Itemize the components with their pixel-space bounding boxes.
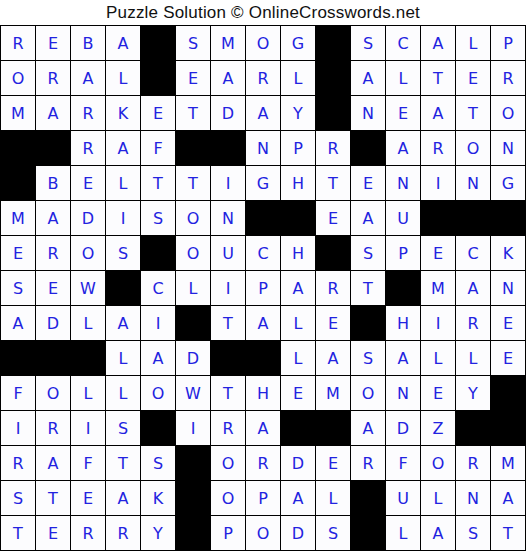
letter-cell: S [351,26,385,60]
black-cell [421,201,455,235]
letter-cell: A [281,481,315,515]
letter-cell: A [351,61,385,95]
letter-cell: E [281,376,315,410]
letter-cell: R [71,516,105,550]
letter-cell: E [36,26,70,60]
letter-cell: S [1,271,35,305]
letter-cell: S [351,236,385,270]
letter-cell: L [176,271,210,305]
letter-cell: L [281,306,315,340]
letter-cell: T [176,166,210,200]
letter-cell: A [456,271,490,305]
letter-cell: A [421,26,455,60]
letter-cell: U [386,481,420,515]
black-cell [316,26,350,60]
black-cell [176,306,210,340]
letter-cell: E [1,236,35,270]
letter-cell: R [106,516,140,550]
letter-cell: M [1,96,35,130]
letter-cell: I [421,306,455,340]
letter-cell: A [246,306,280,340]
letter-cell: M [491,446,525,480]
letter-cell: A [421,516,455,550]
black-cell [176,446,210,480]
black-cell [316,61,350,95]
letter-cell: E [421,376,455,410]
letter-cell: G [281,26,315,60]
letter-cell: O [246,516,280,550]
letter-cell: U [211,236,245,270]
letter-cell: R [456,306,490,340]
letter-cell: G [246,166,280,200]
letter-cell: M [1,201,35,235]
letter-cell: R [1,26,35,60]
letter-cell: E [71,166,105,200]
letter-cell: I [176,411,210,445]
letter-cell: H [386,306,420,340]
letter-cell: O [351,376,385,410]
letter-cell: S [141,201,175,235]
letter-cell: B [36,166,70,200]
letter-cell: Y [281,96,315,130]
letter-cell: H [281,166,315,200]
letter-cell: T [176,96,210,130]
black-cell [36,131,70,165]
letter-cell: P [246,271,280,305]
letter-cell: T [141,166,175,200]
letter-cell: R [36,236,70,270]
letter-cell: S [1,481,35,515]
black-cell [491,376,525,410]
letter-cell: M [211,26,245,60]
black-cell [491,201,525,235]
letter-cell: N [386,166,420,200]
black-cell [456,411,490,445]
letter-cell: S [141,446,175,480]
letter-cell: A [211,61,245,95]
letter-cell: D [211,96,245,130]
black-cell [246,201,280,235]
letter-cell: D [281,446,315,480]
letter-cell: E [386,96,420,130]
letter-cell: Y [456,376,490,410]
letter-cell: W [176,376,210,410]
letter-cell: Y [141,516,175,550]
letter-cell: O [211,481,245,515]
letter-cell: L [106,341,140,375]
letter-cell: L [281,61,315,95]
letter-cell: D [176,341,210,375]
letter-cell: M [421,271,455,305]
letter-cell: A [106,131,140,165]
letter-cell: S [456,516,490,550]
black-cell [491,411,525,445]
letter-cell: O [176,236,210,270]
letter-cell: R [456,446,490,480]
letter-cell: E [456,61,490,95]
letter-cell: T [211,306,245,340]
black-cell [211,341,245,375]
letter-cell: D [386,411,420,445]
letter-cell: I [1,411,35,445]
letter-cell: C [386,26,420,60]
black-cell [351,131,385,165]
letter-cell: R [351,446,385,480]
letter-cell: T [1,516,35,550]
letter-cell: E [316,446,350,480]
letter-cell: L [106,166,140,200]
letter-cell: D [36,306,70,340]
letter-cell: A [1,306,35,340]
black-cell [176,481,210,515]
letter-cell: A [106,26,140,60]
letter-cell: T [36,481,70,515]
letter-cell: N [491,271,525,305]
letter-cell: C [141,271,175,305]
letter-cell: A [491,481,525,515]
letter-cell: C [246,236,280,270]
letter-cell: F [141,131,175,165]
letter-cell: R [211,411,245,445]
letter-cell: O [176,201,210,235]
letter-cell: K [106,96,140,130]
letter-cell: R [421,131,455,165]
letter-cell: F [1,376,35,410]
letter-cell: P [281,131,315,165]
letter-cell: L [456,26,490,60]
letter-cell: S [351,341,385,375]
letter-cell: A [36,201,70,235]
letter-cell: A [316,341,350,375]
letter-cell: H [246,376,280,410]
letter-cell: E [141,96,175,130]
letter-cell: R [71,131,105,165]
letter-cell: I [211,166,245,200]
black-cell [106,271,140,305]
letter-cell: E [36,271,70,305]
letter-cell: E [36,516,70,550]
letter-cell: T [491,516,525,550]
letter-cell: F [71,446,105,480]
black-cell [36,341,70,375]
letter-cell: E [491,306,525,340]
letter-cell: I [421,166,455,200]
letter-cell: E [176,61,210,95]
letter-cell: A [281,271,315,305]
letter-cell: P [211,516,245,550]
letter-cell: K [491,236,525,270]
letter-cell: I [106,201,140,235]
letter-cell: W [71,271,105,305]
black-cell [1,166,35,200]
letter-cell: A [246,96,280,130]
letter-cell: L [421,481,455,515]
black-cell [316,411,350,445]
letter-cell: O [211,446,245,480]
black-cell [281,201,315,235]
letter-cell: L [386,516,420,550]
letter-cell: A [421,96,455,130]
letter-cell: H [281,236,315,270]
letter-cell: Z [421,411,455,445]
letter-cell: P [246,481,280,515]
black-cell [141,411,175,445]
letter-cell: S [106,236,140,270]
letter-cell: E [316,306,350,340]
letter-cell: R [36,411,70,445]
letter-cell: R [36,61,70,95]
black-cell [456,201,490,235]
letter-cell: E [71,481,105,515]
letter-cell: L [71,306,105,340]
letter-cell: I [141,306,175,340]
letter-cell: T [316,166,350,200]
black-cell [386,271,420,305]
letter-cell: O [456,131,490,165]
letter-cell: A [106,481,140,515]
letter-cell: T [351,271,385,305]
letter-cell: R [246,61,280,95]
letter-cell: A [36,96,70,130]
letter-cell: L [281,341,315,375]
letter-cell: R [71,96,105,130]
letter-cell: O [1,61,35,95]
letter-cell: O [246,26,280,60]
black-cell [351,516,385,550]
black-cell [1,341,35,375]
letter-cell: M [316,376,350,410]
letter-cell: R [1,446,35,480]
letter-cell: I [211,271,245,305]
letter-cell: L [316,481,350,515]
letter-cell: D [281,516,315,550]
black-cell [316,96,350,130]
letter-cell: C [456,236,490,270]
letter-cell: A [246,411,280,445]
crossword-grid: REBASMOGSCALPORALEARLALTERMARKETDAYNEATO… [0,25,526,551]
letter-cell: A [106,306,140,340]
letter-cell: O [36,376,70,410]
letter-cell: E [316,201,350,235]
letter-cell: E [491,341,525,375]
letter-cell: A [351,411,385,445]
letter-cell: O [141,376,175,410]
letter-cell: P [386,236,420,270]
letter-cell: T [421,61,455,95]
letter-cell: S [106,411,140,445]
letter-cell: T [106,446,140,480]
letter-cell: U [386,201,420,235]
black-cell [141,26,175,60]
black-cell [281,411,315,445]
letter-cell: E [351,166,385,200]
black-cell [351,306,385,340]
letter-cell: A [351,201,385,235]
letter-cell: N [456,166,490,200]
letter-cell: D [71,201,105,235]
black-cell [316,236,350,270]
page-title: Puzzle Solution © OnlineCrosswords.net [0,0,526,25]
letter-cell: B [71,26,105,60]
letter-cell: L [456,341,490,375]
black-cell [141,236,175,270]
black-cell [1,131,35,165]
letter-cell: R [491,61,525,95]
letter-cell: S [176,26,210,60]
letter-cell: L [106,376,140,410]
letter-cell: L [106,61,140,95]
letter-cell: F [386,446,420,480]
letter-cell: O [71,236,105,270]
black-cell [176,131,210,165]
letter-cell: N [246,131,280,165]
black-cell [351,481,385,515]
letter-cell: L [71,376,105,410]
letter-cell: I [71,411,105,445]
letter-cell: A [36,446,70,480]
letter-cell: T [211,376,245,410]
letter-cell: E [421,236,455,270]
letter-cell: P [491,26,525,60]
letter-cell: K [141,481,175,515]
letter-cell: S [316,516,350,550]
letter-cell: A [71,61,105,95]
letter-cell: R [246,446,280,480]
letter-cell: A [141,341,175,375]
letter-cell: N [456,481,490,515]
black-cell [71,341,105,375]
letter-cell: N [211,201,245,235]
letter-cell: L [421,341,455,375]
letter-cell: N [491,131,525,165]
black-cell [176,516,210,550]
black-cell [246,341,280,375]
letter-cell: R [316,271,350,305]
letter-cell: N [351,96,385,130]
black-cell [141,61,175,95]
letter-cell: A [386,131,420,165]
letter-cell: O [491,96,525,130]
black-cell [211,131,245,165]
letter-cell: A [386,341,420,375]
letter-cell: O [421,446,455,480]
letter-cell: T [456,96,490,130]
letter-cell: L [386,61,420,95]
letter-cell: R [316,131,350,165]
letter-cell: G [491,166,525,200]
letter-cell: N [386,376,420,410]
